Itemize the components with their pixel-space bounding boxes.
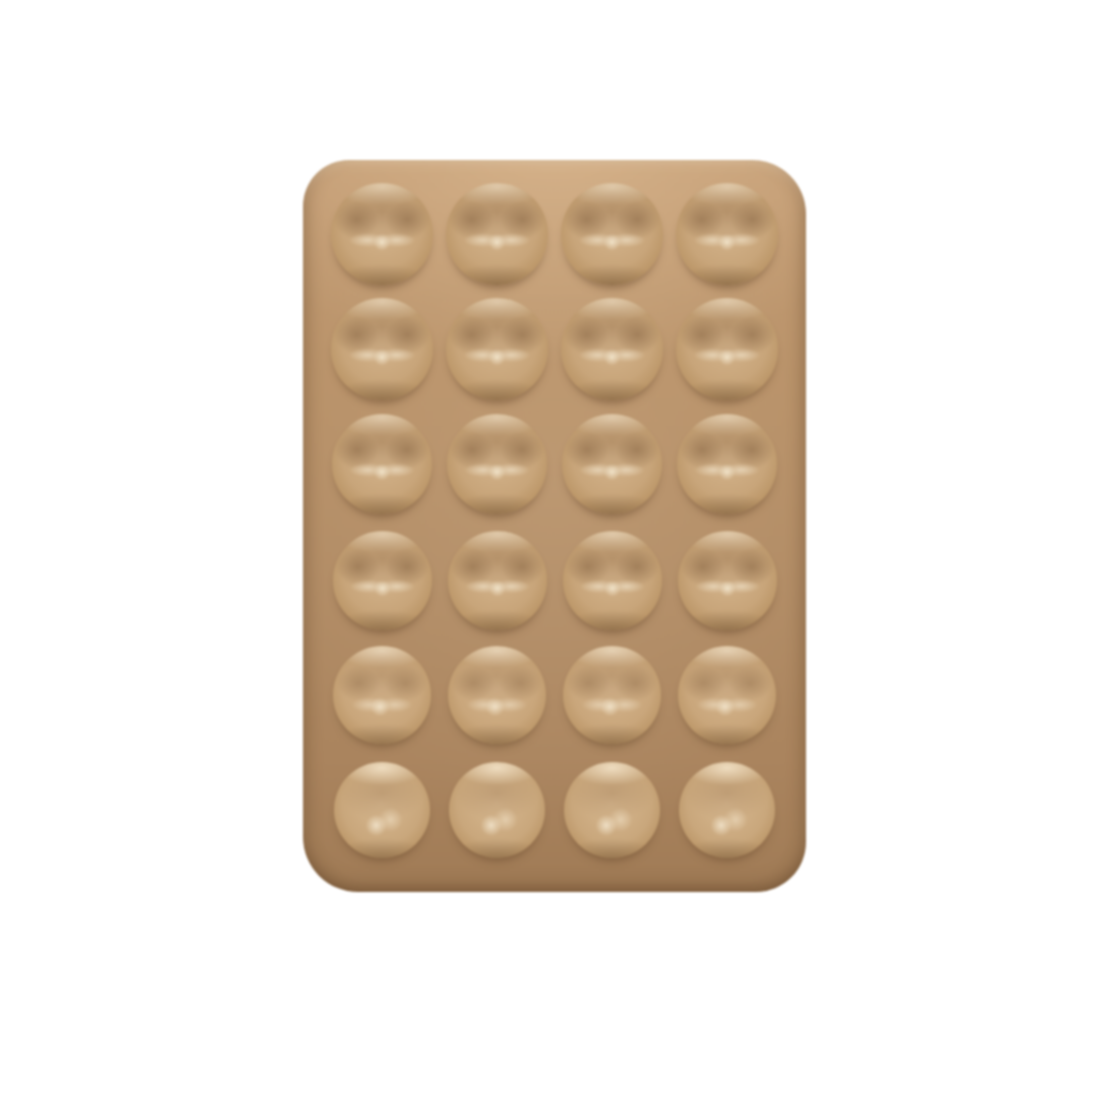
suction-cup-r3c1 bbox=[332, 414, 432, 514]
suction-cup-r2c3 bbox=[561, 298, 663, 400]
suction-cup-r1c1 bbox=[331, 183, 433, 285]
suction-cup-r5c1 bbox=[333, 646, 431, 744]
suction-cup-r3c4 bbox=[677, 414, 777, 514]
suction-cup-r6c3 bbox=[564, 762, 660, 858]
suction-cup-r5c3 bbox=[563, 646, 661, 744]
suction-cup-r6c2 bbox=[449, 762, 545, 858]
suction-cup-r2c1 bbox=[331, 298, 433, 400]
suction-cup-r2c4 bbox=[676, 298, 778, 400]
suction-cup-r4c4 bbox=[678, 531, 777, 630]
suction-cup-r1c4 bbox=[676, 183, 778, 285]
suction-cup-r1c2 bbox=[446, 183, 548, 285]
suction-cup-r2c2 bbox=[446, 298, 548, 400]
suction-cup-r5c4 bbox=[678, 646, 776, 744]
suction-cup-r6c4 bbox=[679, 762, 775, 858]
silicone-suction-mat bbox=[303, 160, 806, 892]
suction-cup-r3c2 bbox=[447, 414, 547, 514]
suction-cup-r4c1 bbox=[333, 531, 432, 630]
suction-cup-r4c2 bbox=[448, 531, 547, 630]
product-photo-canvas bbox=[0, 0, 1100, 1100]
suction-cup-r3c3 bbox=[562, 414, 662, 514]
suction-cup-r6c1 bbox=[334, 762, 430, 858]
suction-cup-r5c2 bbox=[448, 646, 546, 744]
suction-cup-r1c3 bbox=[561, 183, 663, 285]
suction-cup-r4c3 bbox=[563, 531, 662, 630]
